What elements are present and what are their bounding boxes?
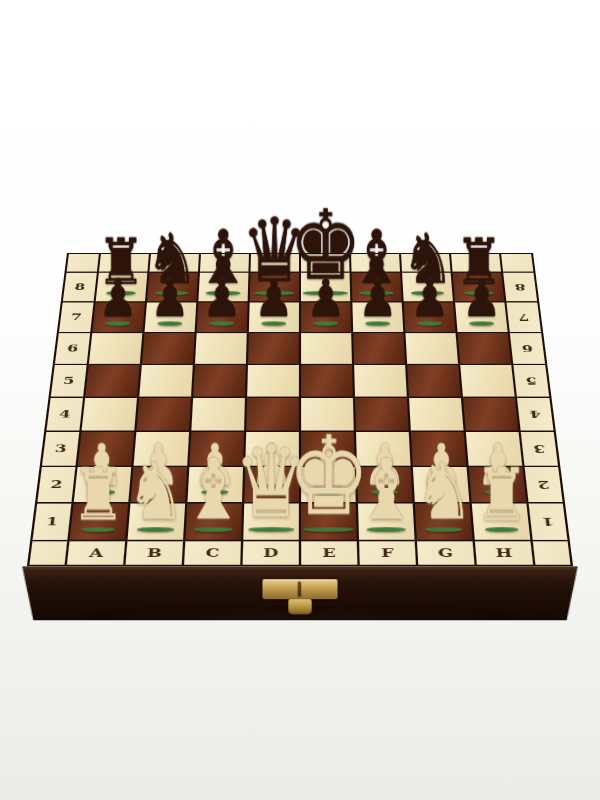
square-f6 <box>353 333 405 363</box>
rank-label-left-4: 4 <box>46 398 83 431</box>
square-b7: ♟ <box>145 302 197 332</box>
pawn-icon: ♟ <box>410 273 450 325</box>
floor-shadow <box>28 613 572 632</box>
square-c6 <box>195 333 247 363</box>
square-g5 <box>407 365 461 397</box>
brass-clasp-icon <box>262 579 337 599</box>
square-b4 <box>136 398 190 431</box>
square-a4 <box>82 398 137 431</box>
square-b5 <box>139 365 193 397</box>
rank-label-left-1: 1 <box>33 504 72 540</box>
black-pawn: ♟ <box>202 273 242 325</box>
square-a5 <box>85 365 139 397</box>
file-label-c: C <box>184 541 241 564</box>
pawn-icon: ♟ <box>358 273 398 325</box>
rank-label-right-1: 1 <box>529 504 568 540</box>
photo-backdrop: 8♜♞♝♛♚♝♞♜87♟♟♟♟♟♟♟♟7665544332♟♟♟♟♟♟♟♟21♜… <box>0 0 600 800</box>
corner-tile-top-left <box>67 254 99 271</box>
white-rook: ♜ <box>474 459 528 530</box>
pawn-icon: ♟ <box>306 273 346 325</box>
square-c5 <box>193 365 246 397</box>
file-label-e: E <box>301 541 357 564</box>
black-pawn: ♟ <box>410 273 450 325</box>
square-h6 <box>458 333 511 363</box>
rank-label-left-5: 5 <box>51 365 87 397</box>
corner-tile-bottom-left <box>29 541 67 564</box>
square-g1: ♞ <box>415 504 473 540</box>
square-g4 <box>409 398 463 431</box>
square-d5 <box>247 365 299 397</box>
square-b1: ♞ <box>128 504 186 540</box>
file-label-a: A <box>67 541 125 564</box>
rank-label-right-8: 8 <box>503 273 537 302</box>
pawn-icon: ♟ <box>254 273 294 325</box>
square-f1: ♝ <box>358 504 415 540</box>
rook-icon: ♜ <box>474 459 528 530</box>
square-d7: ♟ <box>249 302 299 332</box>
square-h4 <box>463 398 518 431</box>
rank-label-right-4: 4 <box>517 398 554 431</box>
rook-icon: ♜ <box>71 459 125 530</box>
square-e1: ♚ <box>301 504 357 540</box>
white-knight: ♞ <box>126 452 186 530</box>
rank-label-right-7: 7 <box>506 302 541 332</box>
square-e5 <box>301 365 353 397</box>
corner-tile-bottom-right <box>533 541 571 564</box>
rank-label-right-2: 2 <box>525 467 563 502</box>
square-b6 <box>142 333 195 363</box>
bishop-icon: ♝ <box>355 448 418 531</box>
square-g7: ♟ <box>404 302 456 332</box>
square-e6 <box>301 333 352 363</box>
knight-icon: ♞ <box>414 452 474 530</box>
square-e7: ♟ <box>301 302 351 332</box>
square-h7: ♟ <box>455 302 508 332</box>
pawn-icon: ♟ <box>462 273 502 325</box>
file-label-d: D <box>243 541 299 564</box>
square-a7: ♟ <box>92 302 145 332</box>
perspective-wrapper: 8♜♞♝♛♚♝♞♜87♟♟♟♟♟♟♟♟7665544332♟♟♟♟♟♟♟♟21♜… <box>0 0 600 800</box>
black-pawn: ♟ <box>150 273 190 325</box>
black-pawn: ♟ <box>462 273 502 325</box>
black-pawn: ♟ <box>98 273 138 325</box>
white-rook: ♜ <box>71 459 125 530</box>
rank-label-right-6: 6 <box>510 333 545 363</box>
square-c7: ♟ <box>197 302 248 332</box>
square-f5 <box>354 365 407 397</box>
rank-label-left-6: 6 <box>55 333 90 363</box>
chess-board: 8♜♞♝♛♚♝♞♜87♟♟♟♟♟♟♟♟7665544332♟♟♟♟♟♟♟♟21♜… <box>27 253 573 566</box>
knight-icon: ♞ <box>126 452 186 530</box>
black-pawn: ♟ <box>358 273 398 325</box>
box-front-edge <box>22 566 578 620</box>
black-pawn: ♟ <box>254 273 294 325</box>
square-d6 <box>248 333 299 363</box>
file-label-h: H <box>475 541 533 564</box>
white-knight: ♞ <box>414 452 474 530</box>
rank-label-left-7: 7 <box>59 302 94 332</box>
pawn-icon: ♟ <box>202 273 242 325</box>
black-pawn: ♟ <box>306 273 346 325</box>
square-a6 <box>89 333 142 363</box>
file-label-f: F <box>359 541 416 564</box>
square-f7: ♟ <box>352 302 403 332</box>
rank-label-left-8: 8 <box>63 273 97 302</box>
pawn-icon: ♟ <box>98 273 138 325</box>
file-label-b: B <box>125 541 183 564</box>
pawn-icon: ♟ <box>150 273 190 325</box>
rank-label-left-2: 2 <box>37 467 75 502</box>
clasp-tab <box>288 599 311 614</box>
square-h5 <box>460 365 514 397</box>
corner-tile-top-right <box>501 254 533 271</box>
file-label-g: G <box>417 541 475 564</box>
rank-label-right-5: 5 <box>513 365 549 397</box>
white-bishop: ♝ <box>355 448 418 531</box>
clasp-seam <box>298 582 302 597</box>
square-a1: ♜ <box>70 504 129 540</box>
square-h1: ♜ <box>472 504 531 540</box>
square-g6 <box>405 333 458 363</box>
